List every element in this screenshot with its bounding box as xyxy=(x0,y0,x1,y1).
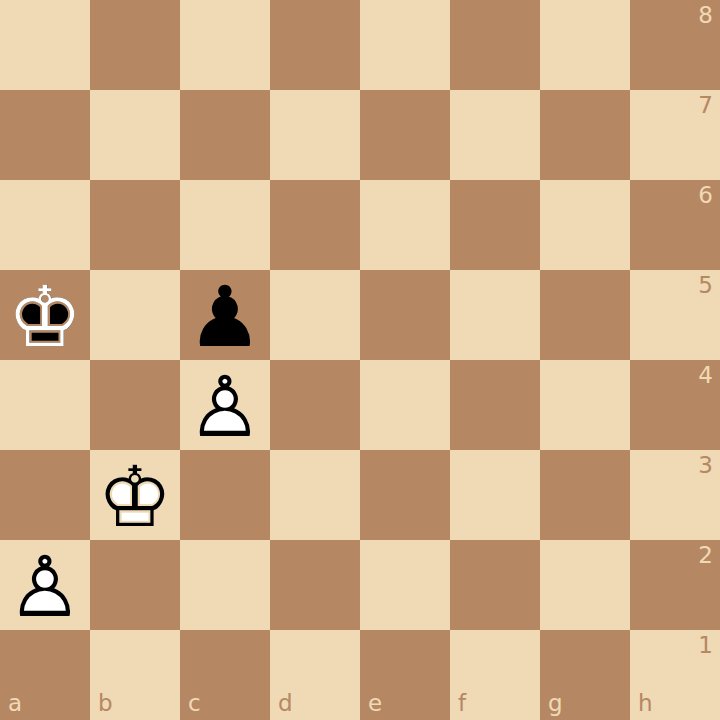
square-b8[interactable] xyxy=(90,0,180,90)
black-pawn-glyph: ♟ xyxy=(187,272,262,362)
square-e5[interactable] xyxy=(360,270,450,360)
square-g7[interactable] xyxy=(540,90,630,180)
piece-white-pawn[interactable]: ♟♙ xyxy=(180,362,270,452)
square-e3[interactable] xyxy=(360,450,450,540)
chess-board: 876♚♔♟5♟♙4♚♔3♟♙2abcdefg1h xyxy=(0,0,720,720)
piece-white-king[interactable]: ♚♔ xyxy=(90,452,180,542)
square-h5[interactable]: 5 xyxy=(630,270,720,360)
file-label-f: f xyxy=(458,692,466,715)
square-d6[interactable] xyxy=(270,180,360,270)
rank-label-7: 7 xyxy=(698,94,713,117)
rank-label-4: 4 xyxy=(698,364,713,387)
square-g4[interactable] xyxy=(540,360,630,450)
square-b4[interactable] xyxy=(90,360,180,450)
square-a6[interactable] xyxy=(0,180,90,270)
file-label-b: b xyxy=(98,692,113,715)
square-e6[interactable] xyxy=(360,180,450,270)
square-h2[interactable]: 2 xyxy=(630,540,720,630)
square-e2[interactable] xyxy=(360,540,450,630)
square-c1[interactable]: c xyxy=(180,630,270,720)
file-label-h: h xyxy=(638,692,653,715)
square-h7[interactable]: 7 xyxy=(630,90,720,180)
square-a8[interactable] xyxy=(0,0,90,90)
white-pawn-detail-glyph: ♙ xyxy=(7,542,82,632)
square-f2[interactable] xyxy=(450,540,540,630)
square-c4[interactable]: ♟♙ xyxy=(180,360,270,450)
file-label-a: a xyxy=(8,692,22,715)
black-king-detail-glyph: ♔ xyxy=(7,272,82,362)
square-f5[interactable] xyxy=(450,270,540,360)
square-h8[interactable]: 8 xyxy=(630,0,720,90)
file-label-c: c xyxy=(188,692,201,715)
square-h4[interactable]: 4 xyxy=(630,360,720,450)
square-e7[interactable] xyxy=(360,90,450,180)
square-c2[interactable] xyxy=(180,540,270,630)
square-e4[interactable] xyxy=(360,360,450,450)
white-king-detail-glyph: ♔ xyxy=(97,452,172,542)
square-c7[interactable] xyxy=(180,90,270,180)
square-f3[interactable] xyxy=(450,450,540,540)
square-d7[interactable] xyxy=(270,90,360,180)
square-f1[interactable]: f xyxy=(450,630,540,720)
square-b2[interactable] xyxy=(90,540,180,630)
square-b1[interactable]: b xyxy=(90,630,180,720)
square-c6[interactable] xyxy=(180,180,270,270)
square-a7[interactable] xyxy=(0,90,90,180)
file-label-e: e xyxy=(368,692,382,715)
rank-label-8: 8 xyxy=(698,4,713,27)
piece-white-pawn[interactable]: ♟♙ xyxy=(0,542,90,632)
square-a2[interactable]: ♟♙ xyxy=(0,540,90,630)
square-b6[interactable] xyxy=(90,180,180,270)
square-g1[interactable]: g xyxy=(540,630,630,720)
square-e1[interactable]: e xyxy=(360,630,450,720)
piece-black-king[interactable]: ♚♔ xyxy=(0,272,90,362)
square-g3[interactable] xyxy=(540,450,630,540)
square-c3[interactable] xyxy=(180,450,270,540)
square-d5[interactable] xyxy=(270,270,360,360)
square-g8[interactable] xyxy=(540,0,630,90)
square-g6[interactable] xyxy=(540,180,630,270)
square-f4[interactable] xyxy=(450,360,540,450)
rank-label-1: 1 xyxy=(698,634,713,657)
rank-label-6: 6 xyxy=(698,184,713,207)
square-h6[interactable]: 6 xyxy=(630,180,720,270)
file-label-d: d xyxy=(278,692,293,715)
square-f8[interactable] xyxy=(450,0,540,90)
rank-label-3: 3 xyxy=(698,454,713,477)
square-g5[interactable] xyxy=(540,270,630,360)
square-c5[interactable]: ♟ xyxy=(180,270,270,360)
square-h3[interactable]: 3 xyxy=(630,450,720,540)
square-h1[interactable]: 1h xyxy=(630,630,720,720)
square-f7[interactable] xyxy=(450,90,540,180)
square-b7[interactable] xyxy=(90,90,180,180)
square-a1[interactable]: a xyxy=(0,630,90,720)
square-d8[interactable] xyxy=(270,0,360,90)
square-a3[interactable] xyxy=(0,450,90,540)
piece-black-pawn[interactable]: ♟ xyxy=(180,272,270,362)
square-d1[interactable]: d xyxy=(270,630,360,720)
square-d3[interactable] xyxy=(270,450,360,540)
square-g2[interactable] xyxy=(540,540,630,630)
file-label-g: g xyxy=(548,692,563,715)
rank-label-5: 5 xyxy=(698,274,713,297)
white-pawn-detail-glyph: ♙ xyxy=(187,362,262,452)
square-b3[interactable]: ♚♔ xyxy=(90,450,180,540)
square-c8[interactable] xyxy=(180,0,270,90)
square-a5[interactable]: ♚♔ xyxy=(0,270,90,360)
rank-label-2: 2 xyxy=(698,544,713,567)
square-e8[interactable] xyxy=(360,0,450,90)
square-b5[interactable] xyxy=(90,270,180,360)
square-a4[interactable] xyxy=(0,360,90,450)
square-d2[interactable] xyxy=(270,540,360,630)
square-d4[interactable] xyxy=(270,360,360,450)
square-f6[interactable] xyxy=(450,180,540,270)
